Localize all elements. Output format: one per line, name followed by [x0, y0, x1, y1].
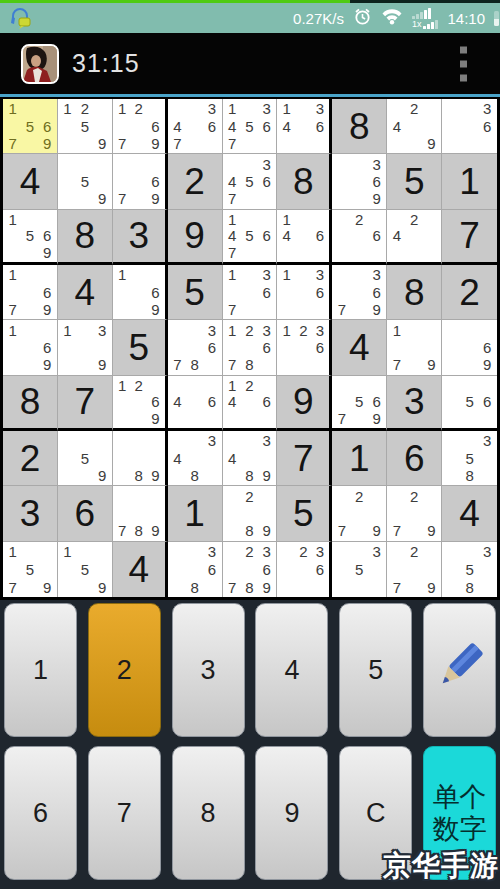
candidate-digit: 6: [39, 339, 56, 356]
candidate-digit: 9: [368, 522, 385, 539]
candidate-digit: [423, 560, 440, 578]
candidate-digit: 5: [241, 117, 258, 134]
candidate-grid: 14567: [223, 210, 277, 262]
sudoku-cell-r2c1[interactable]: 4: [3, 154, 58, 209]
candidate-digit: [333, 283, 350, 300]
candidate-digit: 1: [4, 266, 21, 283]
sudoku-cell-r2c7[interactable]: 369: [332, 154, 387, 209]
candidate-digit: 3: [478, 432, 496, 449]
candidate-digit: [258, 244, 275, 261]
candidate-digit: [114, 410, 131, 427]
candidate-grid: 1569: [3, 210, 57, 262]
sudoku-cell-r7c6[interactable]: 7: [277, 431, 332, 486]
candidate-digit: [258, 505, 275, 522]
sudoku-cell-r5c2[interactable]: 139: [58, 320, 113, 375]
sudoku-cell-r9c9[interactable]: 358: [442, 542, 497, 597]
candidate-digit: [4, 339, 21, 356]
candidate-digit: [478, 560, 496, 578]
sudoku-cell-r8c7[interactable]: 279: [332, 486, 387, 541]
sudoku-cell-r5c9[interactable]: 69: [442, 320, 497, 375]
candidate-digit: [186, 117, 203, 134]
candidate-digit: 6: [258, 393, 275, 410]
sudoku-cell-r6c7[interactable]: 5679: [332, 376, 387, 431]
candidate-digit: [478, 377, 496, 394]
candidate-digit: [278, 560, 295, 578]
candidate-digit: [93, 543, 110, 561]
candidate-digit: 1: [4, 100, 21, 117]
sudoku-cell-r7c9[interactable]: 358: [442, 431, 497, 486]
candidate-digit: [258, 487, 275, 504]
key-5[interactable]: 5: [339, 603, 412, 737]
candidate-grid: 146: [277, 210, 329, 262]
candidate-digit: 8: [461, 578, 479, 596]
candidate-digit: 2: [406, 100, 423, 117]
candidate-digit: [59, 356, 76, 373]
candidate-digit: [333, 155, 350, 172]
candidate-digit: [59, 432, 76, 449]
candidate-digit: [39, 560, 56, 578]
candidate-digit: [295, 339, 312, 356]
candidate-digit: 9: [147, 190, 164, 207]
sudoku-cell-r3c8[interactable]: 24: [387, 210, 442, 265]
candidate-digit: 3: [312, 543, 329, 561]
sudoku-cell-r4c2[interactable]: 4: [58, 265, 113, 320]
candidate-digit: 9: [368, 410, 385, 427]
sudoku-cell-r6c8[interactable]: 3: [387, 376, 442, 431]
sudoku-cell-r1c5[interactable]: 134567: [223, 99, 278, 154]
candidate-digit: 1: [278, 211, 295, 228]
candidate-digit: 3: [312, 100, 329, 117]
candidate-digit: [59, 449, 76, 466]
sudoku-cell-r4c1[interactable]: 1679: [3, 265, 58, 320]
candidate-grid: 3489: [223, 431, 277, 485]
candidate-digit: [147, 100, 164, 117]
candidate-digit: [76, 578, 93, 596]
candidate-digit: 7: [4, 301, 21, 318]
candidate-digit: [21, 100, 38, 117]
candidate-digit: [114, 449, 131, 466]
candidate-digit: [333, 266, 350, 283]
candidate-digit: [39, 266, 56, 283]
candidate-digit: [333, 244, 350, 261]
sudoku-cell-r5c6[interactable]: 1236: [277, 320, 332, 375]
sudoku-cell-r3c6[interactable]: 146: [277, 210, 332, 265]
candidate-digit: [406, 339, 423, 356]
candidate-digit: [186, 321, 203, 338]
candidate-digit: [21, 244, 38, 261]
candidate-digit: [443, 321, 461, 338]
candidate-digit: [241, 449, 258, 466]
candidate-digit: [203, 135, 220, 152]
candidate-digit: [21, 283, 38, 300]
sudoku-cell-r9c2[interactable]: 159: [58, 542, 113, 597]
candidate-digit: [295, 266, 312, 283]
candidate-digit: [423, 339, 440, 356]
candidate-digit: 5: [21, 117, 38, 134]
candidate-digit: 5: [76, 173, 93, 190]
candidate-digit: [443, 356, 461, 373]
candidate-digit: [443, 543, 461, 561]
candidate-digit: 4: [224, 117, 241, 134]
candidate-digit: [21, 356, 38, 373]
sudoku-cell-r8c8[interactable]: 279: [387, 486, 442, 541]
candidate-digit: 6: [147, 283, 164, 300]
candidate-grid: 1246: [223, 376, 277, 428]
candidate-digit: 8: [241, 578, 258, 596]
candidate-digit: 6: [39, 117, 56, 134]
sudoku-cell-r4c4[interactable]: 5: [168, 265, 223, 320]
candidate-digit: [312, 211, 329, 228]
sudoku-cell-r5c8[interactable]: 179: [387, 320, 442, 375]
candidate-digit: [423, 117, 440, 134]
candidate-digit: [295, 117, 312, 134]
candidate-digit: [351, 190, 368, 207]
sudoku-cell-r6c3[interactable]: 1269: [113, 376, 168, 431]
candidate-digit: [224, 487, 241, 504]
candidate-digit: [241, 244, 258, 261]
candidate-digit: [76, 135, 93, 152]
candidate-digit: 1: [224, 211, 241, 228]
key-8[interactable]: 8: [172, 746, 245, 880]
candidate-digit: [278, 135, 295, 152]
candidate-digit: [203, 356, 220, 373]
given-digit: 4: [459, 495, 480, 532]
sudoku-cell-r8c9[interactable]: 4: [442, 486, 497, 541]
candidate-digit: [114, 117, 131, 134]
sudoku-cell-r2c3[interactable]: 679: [113, 154, 168, 209]
candidate-digit: 5: [76, 449, 93, 466]
given-digit: 5: [293, 495, 314, 532]
sudoku-cell-r7c5[interactable]: 3489: [223, 431, 278, 486]
candidate-digit: [241, 339, 258, 356]
alarm-clock-icon: [353, 7, 372, 29]
sudoku-cell-r2c8[interactable]: 5: [387, 154, 442, 209]
key-7[interactable]: 7: [88, 746, 161, 880]
sudoku-cell-r1c1[interactable]: 15679: [3, 99, 58, 154]
candidate-digit: [114, 432, 131, 449]
sudoku-cell-r1c2[interactable]: 1259: [58, 99, 113, 154]
sudoku-cell-r8c2[interactable]: 6: [58, 486, 113, 541]
candidate-digit: [4, 227, 21, 244]
given-digit: 6: [75, 495, 96, 532]
candidate-digit: [93, 339, 110, 356]
sudoku-cell-r5c5[interactable]: 123678: [223, 320, 278, 375]
candidate-digit: 7: [114, 135, 131, 152]
candidate-digit: [351, 227, 368, 244]
sudoku-cell-r6c9[interactable]: 56: [442, 376, 497, 431]
candidate-digit: 5: [241, 227, 258, 244]
headset-icon: [8, 5, 32, 32]
given-digit: 4: [20, 163, 41, 200]
candidate-digit: 3: [203, 432, 220, 449]
sudoku-cell-r9c5[interactable]: 236789: [223, 542, 278, 597]
candidate-digit: [147, 377, 164, 394]
candidate-grid: 236789: [223, 542, 277, 597]
candidate-digit: [130, 266, 147, 283]
overflow-menu-icon[interactable]: [460, 46, 467, 81]
key-9[interactable]: 9: [255, 746, 328, 880]
candidate-digit: [388, 560, 405, 578]
key-2[interactable]: 2: [88, 603, 161, 737]
candidate-digit: 4: [224, 173, 241, 190]
candidate-digit: [39, 543, 56, 561]
key-6[interactable]: 6: [4, 746, 77, 880]
candidate-digit: 3: [258, 321, 275, 338]
candidate-digit: [241, 301, 258, 318]
candidate-digit: [241, 190, 258, 207]
sudoku-cell-r7c1[interactable]: 2: [3, 431, 58, 486]
candidate-digit: 5: [76, 560, 93, 578]
candidate-digit: [478, 321, 496, 338]
candidate-digit: [278, 543, 295, 561]
sudoku-cell-r1c8[interactable]: 249: [387, 99, 442, 154]
sudoku-cell-r1c4[interactable]: 3467: [168, 99, 223, 154]
pencil-mode-button[interactable]: [423, 603, 496, 737]
candidate-digit: 9: [39, 356, 56, 373]
sudoku-cell-r4c5[interactable]: 1367: [223, 265, 278, 320]
candidate-digit: 4: [388, 227, 405, 244]
candidate-digit: [241, 211, 258, 228]
candidate-digit: 6: [258, 173, 275, 190]
given-digit: 8: [293, 163, 314, 200]
game-timer: 31:15: [72, 49, 140, 78]
candidate-digit: [59, 173, 76, 190]
sudoku-cell-r4c9[interactable]: 2: [442, 265, 497, 320]
candidate-digit: [461, 410, 479, 427]
candidate-digit: [443, 117, 461, 134]
sudoku-cell-r7c2[interactable]: 59: [58, 431, 113, 486]
candidate-digit: 5: [351, 393, 368, 410]
candidate-digit: 3: [478, 543, 496, 561]
sudoku-cell-r9c8[interactable]: 279: [387, 542, 442, 597]
candidate-digit: 6: [203, 560, 220, 578]
candidate-digit: [258, 190, 275, 207]
candidate-digit: [186, 377, 203, 394]
status-bar: 0.27K/s: [0, 3, 500, 33]
sudoku-cell-r1c9[interactable]: 36: [442, 99, 497, 154]
candidate-grid: 59: [58, 431, 112, 485]
candidate-digit: 7: [388, 356, 405, 373]
candidate-digit: 2: [295, 543, 312, 561]
sudoku-cell-r2c4[interactable]: 2: [168, 154, 223, 209]
key-1[interactable]: 1: [4, 603, 77, 737]
candidate-digit: [76, 339, 93, 356]
candidate-digit: [278, 339, 295, 356]
candidate-digit: [423, 321, 440, 338]
candidate-digit: [59, 190, 76, 207]
candidate-digit: 2: [351, 487, 368, 504]
candidate-digit: 9: [368, 190, 385, 207]
candidate-digit: 3: [203, 321, 220, 338]
sudoku-cell-r5c1[interactable]: 169: [3, 320, 58, 375]
candidate-digit: [241, 135, 258, 152]
sudoku-cell-r8c1[interactable]: 3: [3, 486, 58, 541]
sudoku-cell-r4c6[interactable]: 136: [277, 265, 332, 320]
sudoku-cell-r3c2[interactable]: 8: [58, 210, 113, 265]
player-avatar[interactable]: [21, 44, 59, 84]
candidate-digit: [406, 356, 423, 373]
candidate-digit: 5: [461, 449, 479, 466]
given-digit: 8: [349, 108, 370, 145]
sudoku-cell-r2c9[interactable]: 1: [442, 154, 497, 209]
candidate-digit: [351, 244, 368, 261]
sudoku-cell-r9c7[interactable]: 35: [332, 542, 387, 597]
candidate-digit: 6: [368, 393, 385, 410]
candidate-digit: 9: [39, 244, 56, 261]
candidate-digit: [478, 135, 496, 152]
candidate-digit: [443, 410, 461, 427]
candidate-digit: [312, 578, 329, 596]
candidate-digit: 9: [258, 578, 275, 596]
candidate-grid: 369: [332, 154, 386, 208]
sudoku-cell-r3c3[interactable]: 3: [113, 210, 168, 265]
sudoku-cell-r3c1[interactable]: 1569: [3, 210, 58, 265]
candidate-digit: [21, 266, 38, 283]
sudoku-cell-r4c3[interactable]: 169: [113, 265, 168, 320]
sudoku-cell-r5c3[interactable]: 5: [113, 320, 168, 375]
candidate-grid: 123678: [223, 320, 277, 374]
sudoku-cell-r5c7[interactable]: 4: [332, 320, 387, 375]
candidate-digit: [130, 135, 147, 152]
candidate-digit: [169, 467, 186, 484]
candidate-digit: 9: [423, 522, 440, 539]
candidate-digit: [351, 543, 368, 561]
sudoku-cell-r3c9[interactable]: 7: [442, 210, 497, 265]
candidate-digit: [130, 505, 147, 522]
candidate-grid: 289: [223, 486, 277, 540]
candidate-grid: 36: [442, 99, 497, 153]
candidate-digit: [169, 432, 186, 449]
candidate-digit: 1: [114, 377, 131, 394]
sudoku-cell-r8c6[interactable]: 5: [277, 486, 332, 541]
candidate-digit: [351, 522, 368, 539]
candidate-digit: [93, 432, 110, 449]
candidate-digit: 1: [224, 266, 241, 283]
sudoku-cell-r7c8[interactable]: 6: [387, 431, 442, 486]
candidate-digit: 1: [4, 321, 21, 338]
candidate-digit: [130, 173, 147, 190]
candidate-digit: [333, 505, 350, 522]
candidate-digit: 6: [312, 117, 329, 134]
candidate-digit: [443, 377, 461, 394]
candidate-digit: 6: [478, 339, 496, 356]
candidate-digit: [406, 505, 423, 522]
candidate-digit: 8: [241, 356, 258, 373]
sudoku-cell-r9c6[interactable]: 236: [277, 542, 332, 597]
candidate-digit: [295, 560, 312, 578]
candidate-digit: 3: [258, 432, 275, 449]
candidate-digit: [423, 100, 440, 117]
candidate-digit: [278, 283, 295, 300]
sudoku-cell-r7c4[interactable]: 348: [168, 431, 223, 486]
candidate-digit: 3: [478, 100, 496, 117]
key-4[interactable]: 4: [255, 603, 328, 737]
key-3[interactable]: 3: [172, 603, 245, 737]
candidate-digit: 9: [147, 410, 164, 427]
candidate-digit: 4: [169, 449, 186, 466]
sudoku-cell-r7c3[interactable]: 89: [113, 431, 168, 486]
candidate-digit: [93, 155, 110, 172]
sudoku-cell-r2c5[interactable]: 34567: [223, 154, 278, 209]
sudoku-cell-r8c5[interactable]: 289: [223, 486, 278, 541]
sudoku-cell-r3c4[interactable]: 9: [168, 210, 223, 265]
sudoku-cell-r6c2[interactable]: 7: [58, 376, 113, 431]
sudoku-cell-r1c3[interactable]: 12679: [113, 99, 168, 154]
sudoku-cell-r4c8[interactable]: 8: [387, 265, 442, 320]
candidate-digit: [186, 135, 203, 152]
candidate-digit: 6: [39, 283, 56, 300]
given-digit: 5: [184, 274, 205, 311]
candidate-digit: [351, 266, 368, 283]
candidate-grid: 1679: [3, 265, 57, 319]
candidate-digit: 7: [333, 410, 350, 427]
candidate-digit: [4, 356, 21, 373]
sudoku-cell-r6c4[interactable]: 46: [168, 376, 223, 431]
candidate-digit: [295, 100, 312, 117]
candidate-digit: [443, 100, 461, 117]
candidate-digit: 1: [388, 321, 405, 338]
sudoku-cell-r8c4[interactable]: 1: [168, 486, 223, 541]
candidate-digit: [333, 543, 350, 561]
sudoku-cell-r4c7[interactable]: 3679: [332, 265, 387, 320]
sudoku-cell-r6c6[interactable]: 9: [277, 376, 332, 431]
candidate-digit: [351, 377, 368, 394]
sudoku-cell-r3c5[interactable]: 14567: [223, 210, 278, 265]
battery-icon: [494, 11, 499, 26]
candidate-digit: [21, 543, 38, 561]
candidate-grid: 35: [332, 542, 386, 597]
candidate-digit: [130, 283, 147, 300]
given-digit: 4: [349, 329, 370, 366]
candidate-digit: 2: [241, 487, 258, 504]
sudoku-cell-r9c3[interactable]: 4: [113, 542, 168, 597]
given-digit: 1: [349, 440, 370, 477]
candidate-digit: [76, 321, 93, 338]
sudoku-cell-r9c1[interactable]: 1579: [3, 542, 58, 597]
candidate-digit: 8: [130, 522, 147, 539]
candidate-grid: 59: [58, 154, 112, 208]
candidate-digit: [241, 432, 258, 449]
candidate-digit: [130, 449, 147, 466]
candidate-grid: 368: [168, 542, 222, 597]
candidate-digit: [147, 266, 164, 283]
sudoku-cell-r5c4[interactable]: 3678: [168, 320, 223, 375]
candidate-digit: 6: [258, 227, 275, 244]
candidate-digit: [423, 505, 440, 522]
sudoku-cell-r2c2[interactable]: 59: [58, 154, 113, 209]
candidate-digit: 2: [241, 377, 258, 394]
sudoku-cell-r9c4[interactable]: 368: [168, 542, 223, 597]
sudoku-cell-r1c7[interactable]: 8: [332, 99, 387, 154]
sudoku-cell-r3c7[interactable]: 26: [332, 210, 387, 265]
candidate-grid: 179: [387, 320, 441, 374]
sudoku-cell-r7c7[interactable]: 1: [332, 431, 387, 486]
candidate-digit: [39, 321, 56, 338]
candidate-digit: [368, 244, 385, 261]
candidate-digit: [21, 339, 38, 356]
sudoku-cell-r6c5[interactable]: 1246: [223, 376, 278, 431]
sudoku-cell-r8c3[interactable]: 789: [113, 486, 168, 541]
candidate-digit: 3: [203, 100, 220, 117]
given-digit: 9: [293, 383, 314, 420]
candidate-digit: 3: [368, 266, 385, 283]
sudoku-cell-r6c1[interactable]: 8: [3, 376, 58, 431]
candidate-digit: 6: [258, 339, 275, 356]
candidate-digit: 8: [186, 578, 203, 596]
candidate-digit: [406, 321, 423, 338]
sudoku-cell-r1c6[interactable]: 1346: [277, 99, 332, 154]
sudoku-cell-r2c6[interactable]: 8: [277, 154, 332, 209]
